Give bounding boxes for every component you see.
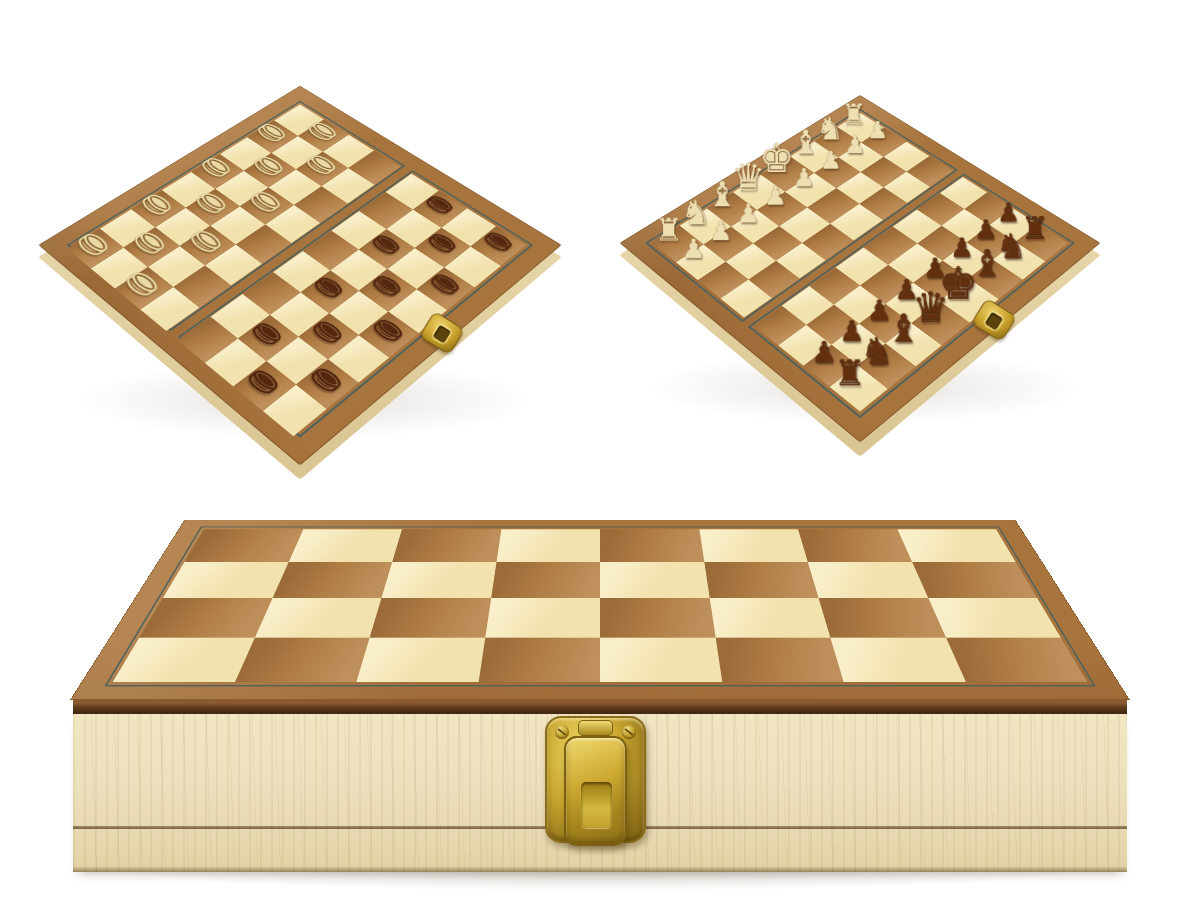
- dark-square: [600, 598, 715, 638]
- dark-square: [478, 638, 600, 682]
- dark-square: [235, 638, 370, 682]
- dark-square: [139, 598, 272, 638]
- box-base-edge: [73, 866, 1127, 872]
- dark-square: [802, 224, 854, 260]
- dark-checker-man: ⛂: [477, 225, 522, 257]
- light-square: [830, 638, 965, 682]
- latch-hasp: [564, 736, 627, 846]
- white-rook: ♜: [841, 100, 866, 128]
- dark-square: [715, 638, 843, 682]
- light-square: [808, 562, 928, 598]
- light-square: [356, 638, 484, 682]
- white-pawn: ♟: [867, 118, 888, 142]
- latch-hasp-recess: [581, 782, 612, 828]
- light-square: [485, 598, 600, 638]
- light-square: [496, 529, 600, 562]
- white-pawn: ♟: [844, 133, 866, 157]
- dark-square: [491, 562, 600, 598]
- light-square: ♟: [676, 244, 726, 280]
- white-pawn: ♟: [737, 201, 760, 227]
- light-square: [928, 598, 1061, 638]
- dark-square: [236, 224, 292, 263]
- dark-square: [392, 529, 501, 562]
- dark-square: ⛂: [415, 228, 471, 268]
- screw-icon: [622, 725, 636, 739]
- dark-square: [600, 529, 704, 562]
- lid-front-edge: [73, 699, 1127, 714]
- light-square: [600, 562, 709, 598]
- white-pawn: ♟: [764, 183, 787, 208]
- white-pawn: ♟: [681, 236, 705, 263]
- black-pawn: ♟: [974, 216, 997, 242]
- black-pawn: ♟: [997, 199, 1020, 225]
- light-square: [113, 638, 255, 682]
- screw-icon: [555, 725, 569, 739]
- white-knight: ♞: [681, 195, 711, 229]
- white-rook: ♜: [655, 214, 683, 245]
- dark-square: [370, 598, 491, 638]
- closed-box-lid: [70, 520, 1130, 700]
- dark-square: ⛂: [180, 226, 236, 266]
- light-checker-man: ⛂: [124, 223, 178, 261]
- white-pawn: ♟: [709, 218, 732, 244]
- dark-square: ⛂: [359, 229, 415, 269]
- latch-hinge-knuckle: [578, 720, 613, 736]
- closed-lid-grid: [113, 529, 1088, 682]
- light-square: [254, 598, 381, 638]
- light-square: [709, 598, 830, 638]
- light-checker-man: ⛂: [132, 186, 184, 221]
- light-square: [381, 562, 496, 598]
- white-bishop: ♝: [791, 127, 820, 160]
- light-square: [163, 562, 288, 598]
- dark-square: ♟: [704, 227, 753, 262]
- light-square: [288, 529, 402, 562]
- dark-square: [946, 638, 1088, 682]
- light-square: [600, 638, 722, 682]
- white-pawn: ♟: [820, 148, 842, 172]
- black-knight: ♞: [860, 332, 894, 370]
- dark-square: [184, 529, 302, 562]
- dark-square: [798, 529, 912, 562]
- dark-square: [272, 562, 392, 598]
- light-square: [897, 529, 1015, 562]
- black-pawn: ♟: [811, 338, 837, 367]
- light-square: [699, 529, 808, 562]
- dark-square: [819, 598, 946, 638]
- dark-square: [912, 562, 1037, 598]
- white-bishop: ♝: [707, 178, 738, 212]
- white-pawn: ♟: [793, 165, 815, 190]
- brass-latch: [545, 716, 646, 843]
- dark-square: [704, 562, 819, 598]
- black-rook: ♜: [834, 356, 865, 391]
